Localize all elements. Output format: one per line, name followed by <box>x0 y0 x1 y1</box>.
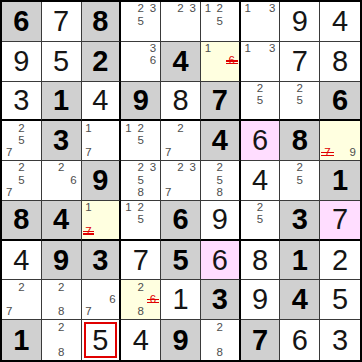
cell-r1c9[interactable]: 4 <box>320 2 360 42</box>
candidates: 13 <box>242 3 279 40</box>
candidate-empty <box>306 162 318 174</box>
candidate-empty <box>254 106 266 118</box>
cell-r7c7[interactable]: 8 <box>241 241 281 281</box>
candidate-empty <box>226 162 238 174</box>
candidate-empty <box>122 162 134 174</box>
candidate-empty <box>202 321 214 334</box>
cell-r7c2[interactable]: 9 <box>42 241 82 281</box>
cell-r5c7[interactable]: 4 <box>241 161 281 201</box>
candidates: 257 <box>3 122 40 159</box>
candidate-empty <box>281 162 293 174</box>
cell-r6c6[interactable]: 9 <box>201 201 241 241</box>
cell-r2c3[interactable]: 2 <box>82 42 122 82</box>
candidate-empty <box>3 294 15 306</box>
candidates: 25 <box>242 202 279 238</box>
candidate-7: 7 <box>83 147 95 159</box>
cell-digit: 4 <box>332 7 348 36</box>
candidate-empty <box>266 55 278 67</box>
candidate-empty <box>94 147 106 159</box>
candidate-empty <box>122 306 134 318</box>
cell-r4c4[interactable]: 125 <box>121 121 161 161</box>
cell-digit: 5 <box>53 47 69 76</box>
candidates: 28 <box>43 281 80 318</box>
candidate-empty <box>43 346 55 359</box>
candidate-5: 5 <box>135 15 147 27</box>
cell-digit: 3 <box>53 126 69 155</box>
candidate-2: 2 <box>55 321 67 334</box>
candidate-struck-7: 7 <box>83 226 95 238</box>
candidate-5: 5 <box>135 174 147 186</box>
cell-r1c6[interactable]: 125 <box>201 2 241 42</box>
candidate-empty <box>147 28 159 40</box>
candidate-empty <box>15 306 27 318</box>
cell-r2c7[interactable]: 13 <box>241 42 281 82</box>
cell-digit: 6 <box>172 205 188 234</box>
cell-r8c3[interactable]: 67 <box>82 280 122 320</box>
candidates: 125 <box>122 202 159 238</box>
candidate-2: 2 <box>214 321 226 334</box>
cell-r8c1[interactable]: 27 <box>2 280 42 320</box>
sudoku-board: 6782352312513949523641613783149872525625… <box>0 0 362 362</box>
candidates: 36 <box>122 43 159 80</box>
cell-digit: 1 <box>332 166 348 195</box>
candidate-1: 1 <box>122 202 134 214</box>
cell-r2c5[interactable]: 4 <box>161 42 201 82</box>
candidate-empty <box>94 214 106 226</box>
cell-r7c9[interactable]: 2 <box>320 241 360 281</box>
candidate-empty <box>43 162 55 174</box>
candidate-7: 7 <box>3 147 15 159</box>
cell-digit: 9 <box>13 47 29 76</box>
candidate-empty <box>266 202 278 214</box>
candidate-empty <box>106 135 118 147</box>
candidates: 17 <box>83 202 119 238</box>
cell-r9c1[interactable]: 1 <box>2 320 42 360</box>
candidate-empty <box>266 106 278 118</box>
candidate-empty <box>187 135 199 147</box>
cell-r9c9[interactable]: 3 <box>320 320 360 360</box>
candidate-empty <box>242 106 254 118</box>
candidate-empty <box>242 28 254 40</box>
cell-r1c3[interactable]: 8 <box>82 2 122 42</box>
candidate-2: 2 <box>174 122 186 134</box>
cell-r3c9[interactable]: 6 <box>320 82 360 122</box>
cell-r6c5[interactable]: 6 <box>161 201 201 241</box>
candidate-7: 7 <box>3 306 15 318</box>
candidate-empty <box>242 55 254 67</box>
candidate-empty <box>294 106 306 118</box>
candidate-empty <box>281 83 293 95</box>
candidate-empty <box>67 321 79 334</box>
candidate-empty <box>147 15 159 27</box>
candidate-5: 5 <box>15 135 27 147</box>
candidate-empty <box>135 28 147 40</box>
candidate-1: 1 <box>242 43 254 55</box>
cell-digit: 3 <box>92 246 108 275</box>
cell-r6c2[interactable]: 4 <box>42 201 82 241</box>
candidate-empty <box>162 122 174 134</box>
cell-digit: 4 <box>53 205 69 234</box>
cell-r6c4[interactable]: 125 <box>121 201 161 241</box>
candidate-2: 2 <box>254 83 266 95</box>
candidate-empty <box>122 67 134 79</box>
candidate-empty <box>122 55 134 67</box>
cell-r4c1[interactable]: 257 <box>2 121 42 161</box>
candidate-5: 5 <box>294 174 306 186</box>
cell-r7c1[interactable]: 4 <box>2 241 42 281</box>
candidate-empty <box>15 294 27 306</box>
cell-digit: 4 <box>172 47 188 76</box>
cell-digit: 5 <box>332 285 348 314</box>
candidate-empty <box>266 94 278 106</box>
cell-r8c9[interactable]: 5 <box>320 280 360 320</box>
cell-r2c9[interactable]: 8 <box>320 42 360 82</box>
cell-r9c6[interactable]: 28 <box>201 320 241 360</box>
candidate-empty <box>187 147 199 159</box>
candidate-7: 7 <box>162 187 174 199</box>
candidate-empty <box>135 67 147 79</box>
candidate-empty <box>226 321 238 334</box>
candidate-empty <box>174 135 186 147</box>
cell-r9c4[interactable]: 4 <box>121 320 161 360</box>
candidate-9: 9 <box>346 147 359 159</box>
cell-r5c1[interactable]: 257 <box>2 161 42 201</box>
candidate-empty <box>162 162 174 174</box>
candidate-empty <box>202 174 214 186</box>
cell-digit: 8 <box>13 205 29 234</box>
candidate-empty <box>122 174 134 186</box>
candidate-5: 5 <box>135 214 147 226</box>
cell-digit: 4 <box>92 86 108 115</box>
candidate-3: 3 <box>266 43 278 55</box>
candidate-2: 2 <box>135 281 147 293</box>
cell-r5c2[interactable]: 26 <box>42 161 82 201</box>
candidate-6: 6 <box>67 174 79 186</box>
cell-r2c1[interactable]: 9 <box>2 42 42 82</box>
cell-r5c5[interactable]: 237 <box>161 161 201 201</box>
candidate-empty <box>214 55 226 67</box>
candidate-empty <box>174 147 186 159</box>
cell-digit: 8 <box>92 7 108 36</box>
candidate-empty <box>187 15 199 27</box>
cell-r4c7[interactable]: 6 <box>241 121 281 161</box>
cell-r4c6[interactable]: 4 <box>201 121 241 161</box>
candidate-empty <box>281 174 293 186</box>
cell-r4c2[interactable]: 3 <box>42 121 82 161</box>
candidate-empty <box>106 281 118 293</box>
cell-r9c5[interactable]: 9 <box>161 320 201 360</box>
candidate-empty <box>28 187 40 199</box>
candidate-empty <box>147 135 159 147</box>
candidate-empty <box>15 187 27 199</box>
candidate-8: 8 <box>55 346 67 359</box>
candidates: 28 <box>202 321 238 359</box>
candidate-empty <box>147 226 159 238</box>
candidates: 16 <box>202 43 238 80</box>
candidates: 27 <box>162 122 199 159</box>
cell-r8c7[interactable]: 9 <box>241 280 281 320</box>
candidate-empty <box>202 334 214 347</box>
cell-r7c4[interactable]: 7 <box>121 241 161 281</box>
candidate-empty <box>242 83 254 95</box>
candidates: 235 <box>122 3 159 40</box>
candidate-empty <box>226 174 238 186</box>
candidate-empty <box>306 83 318 95</box>
candidate-empty <box>187 122 199 134</box>
candidate-6: 6 <box>147 55 159 67</box>
cell-digit: 9 <box>92 166 108 195</box>
candidate-empty <box>202 187 214 199</box>
cell-r2c4[interactable]: 36 <box>121 42 161 82</box>
cell-r9c8[interactable]: 6 <box>280 320 320 360</box>
candidate-empty <box>226 67 238 79</box>
candidate-struck-6: 6 <box>226 55 238 67</box>
candidate-empty <box>162 15 174 27</box>
candidate-empty <box>122 281 134 293</box>
cell-r8c6[interactable]: 3 <box>201 280 241 320</box>
cell-r1c1[interactable]: 6 <box>2 2 42 42</box>
cell-r8c8[interactable]: 4 <box>280 280 320 320</box>
cell-r5c6[interactable]: 258 <box>201 161 241 201</box>
candidate-empty <box>294 187 306 199</box>
candidate-empty <box>122 3 134 15</box>
cell-r2c6[interactable]: 16 <box>201 42 241 82</box>
candidate-1: 1 <box>202 43 214 55</box>
candidate-empty <box>254 226 266 238</box>
candidate-empty <box>135 226 147 238</box>
cell-r1c7[interactable]: 13 <box>241 2 281 42</box>
cell-digit: 3 <box>212 285 228 314</box>
cell-r6c3[interactable]: 17 <box>82 201 122 241</box>
cell-r5c8[interactable]: 25 <box>280 161 320 201</box>
cell-digit: 7 <box>133 246 149 275</box>
candidate-empty <box>106 202 118 214</box>
cell-r4c3[interactable]: 17 <box>82 121 122 161</box>
candidate-empty <box>83 214 95 226</box>
cell-r6c1[interactable]: 8 <box>2 201 42 241</box>
cell-digit: 3 <box>13 86 29 115</box>
candidate-empty <box>147 202 159 214</box>
cell-r5c4[interactable]: 2358 <box>121 161 161 201</box>
cell-r3c6[interactable]: 7 <box>201 82 241 122</box>
candidate-empty <box>254 55 266 67</box>
cell-digit: 8 <box>332 47 348 76</box>
cell-r1c2[interactable]: 7 <box>42 2 82 42</box>
cell-digit: 4 <box>133 326 149 355</box>
cell-r6c7[interactable]: 25 <box>241 201 281 241</box>
candidate-empty <box>3 281 15 293</box>
cell-r7c3[interactable]: 3 <box>82 241 122 281</box>
candidate-empty <box>43 174 55 186</box>
candidate-empty <box>15 147 27 159</box>
candidate-empty <box>242 214 254 226</box>
cell-digit: 9 <box>252 285 268 314</box>
candidate-empty <box>28 147 40 159</box>
cell-r2c2[interactable]: 5 <box>42 42 82 82</box>
cell-r6c8[interactable]: 3 <box>280 201 320 241</box>
cell-digit: 3 <box>332 326 348 355</box>
candidate-empty <box>106 214 118 226</box>
candidate-empty <box>122 43 134 55</box>
candidate-empty <box>162 174 174 186</box>
cell-r4c5[interactable]: 27 <box>161 121 201 161</box>
candidate-empty <box>174 15 186 27</box>
candidate-8: 8 <box>135 306 147 318</box>
cell-r8c4[interactable]: 268 <box>121 280 161 320</box>
cell-r8c5[interactable]: 1 <box>161 280 201 320</box>
cell-digit: 6 <box>212 246 228 275</box>
cell-r7c8[interactable]: 1 <box>280 241 320 281</box>
cell-r8c2[interactable]: 28 <box>42 280 82 320</box>
candidate-empty <box>254 15 266 27</box>
candidate-2: 2 <box>294 162 306 174</box>
candidate-2: 2 <box>15 162 27 174</box>
cell-digit: 8 <box>172 86 188 115</box>
cell-digit: 1 <box>53 86 69 115</box>
cell-r3c3[interactable]: 4 <box>82 82 122 122</box>
candidate-empty <box>55 187 67 199</box>
candidate-empty <box>266 83 278 95</box>
candidate-empty <box>162 3 174 15</box>
candidate-3: 3 <box>266 3 278 15</box>
cell-r7c6[interactable]: 6 <box>201 241 241 281</box>
candidate-empty <box>28 135 40 147</box>
candidate-empty <box>346 122 359 134</box>
cell-r3c5[interactable]: 8 <box>161 82 201 122</box>
candidate-empty <box>266 28 278 40</box>
cell-r3c1[interactable]: 3 <box>2 82 42 122</box>
cell-digit: 4 <box>13 246 29 275</box>
candidate-empty <box>147 306 159 318</box>
candidate-7: 7 <box>162 147 174 159</box>
cell-digit: 9 <box>172 326 188 355</box>
candidate-empty <box>122 135 134 147</box>
cell-digit: 5 <box>172 246 188 275</box>
candidate-empty <box>28 281 40 293</box>
candidate-empty <box>83 135 95 147</box>
candidate-empty <box>147 67 159 79</box>
candidate-empty <box>202 162 214 174</box>
candidate-empty <box>281 106 293 118</box>
candidate-empty <box>43 281 55 293</box>
candidate-empty <box>226 15 238 27</box>
cell-digit: 4 <box>292 285 308 314</box>
candidate-empty <box>135 43 147 55</box>
candidate-1: 1 <box>202 3 214 15</box>
cell-r3c7[interactable]: 25 <box>241 82 281 122</box>
cell-r7c5[interactable]: 5 <box>161 241 201 281</box>
candidate-3: 3 <box>187 3 199 15</box>
candidates: 28 <box>43 321 80 359</box>
candidate-empty <box>147 214 159 226</box>
candidate-empty <box>242 67 254 79</box>
candidate-empty <box>122 294 134 306</box>
cell-r1c5[interactable]: 23 <box>161 2 201 42</box>
candidate-empty <box>67 334 79 347</box>
candidate-empty <box>242 94 254 106</box>
cell-r1c4[interactable]: 235 <box>121 2 161 42</box>
candidate-empty <box>226 28 238 40</box>
cell-r9c2[interactable]: 28 <box>42 320 82 360</box>
candidate-empty <box>281 187 293 199</box>
cell-digit: 7 <box>332 205 348 234</box>
candidate-2: 2 <box>15 122 27 134</box>
candidate-empty <box>135 147 147 159</box>
candidate-2: 2 <box>174 162 186 174</box>
candidate-empty <box>94 135 106 147</box>
candidate-empty <box>122 226 134 238</box>
cell-r3c4[interactable]: 9 <box>121 82 161 122</box>
candidate-empty <box>106 306 118 318</box>
candidate-empty <box>334 122 347 134</box>
cell-digit: 5 <box>92 326 108 355</box>
cell-r4c9[interactable]: 79 <box>320 121 360 161</box>
candidate-empty <box>147 187 159 199</box>
cell-r1c8[interactable]: 9 <box>280 2 320 42</box>
candidate-3: 3 <box>147 162 159 174</box>
cell-r9c3[interactable]: 5 <box>82 320 122 360</box>
cell-r3c8[interactable]: 25 <box>280 82 320 122</box>
candidate-empty <box>43 187 55 199</box>
candidates: 26 <box>43 162 80 199</box>
candidates: 23 <box>162 3 199 40</box>
candidate-empty <box>28 122 40 134</box>
candidate-empty <box>334 147 347 159</box>
candidate-empty <box>254 67 266 79</box>
candidate-8: 8 <box>214 187 226 199</box>
candidate-empty <box>306 106 318 118</box>
cell-digit: 4 <box>252 166 268 195</box>
candidate-2: 2 <box>294 83 306 95</box>
candidate-empty <box>94 306 106 318</box>
candidate-2: 2 <box>135 3 147 15</box>
candidate-empty <box>67 346 79 359</box>
candidate-empty <box>3 122 15 134</box>
candidate-empty <box>242 15 254 27</box>
candidate-empty <box>266 15 278 27</box>
candidate-empty <box>254 28 266 40</box>
candidate-empty <box>135 55 147 67</box>
candidate-6: 6 <box>106 294 118 306</box>
candidate-empty <box>202 67 214 79</box>
candidate-empty <box>266 214 278 226</box>
cell-r2c8[interactable]: 7 <box>280 42 320 82</box>
candidate-empty <box>281 94 293 106</box>
candidate-2: 2 <box>135 122 147 134</box>
candidate-empty <box>174 174 186 186</box>
cell-r4c8[interactable]: 8 <box>280 121 320 161</box>
cell-r5c3[interactable]: 9 <box>82 161 122 201</box>
candidate-empty <box>254 3 266 15</box>
cell-digit: 9 <box>212 205 228 234</box>
cell-r6c9[interactable]: 7 <box>320 201 360 241</box>
candidate-7: 7 <box>83 306 95 318</box>
cell-r9c7[interactable]: 7 <box>241 320 281 360</box>
candidates: 13 <box>242 43 279 80</box>
candidate-struck-6: 6 <box>147 294 159 306</box>
cell-digit: 3 <box>292 205 308 234</box>
cell-r3c2[interactable]: 1 <box>42 82 82 122</box>
candidate-empty <box>266 226 278 238</box>
candidate-empty <box>122 147 134 159</box>
cell-r5c9[interactable]: 1 <box>320 161 360 201</box>
candidates: 125 <box>202 3 238 40</box>
candidate-7: 7 <box>3 187 15 199</box>
candidate-empty <box>67 294 79 306</box>
candidate-empty <box>321 135 334 147</box>
cell-digit: 7 <box>53 7 69 36</box>
cell-digit: 8 <box>292 126 308 155</box>
